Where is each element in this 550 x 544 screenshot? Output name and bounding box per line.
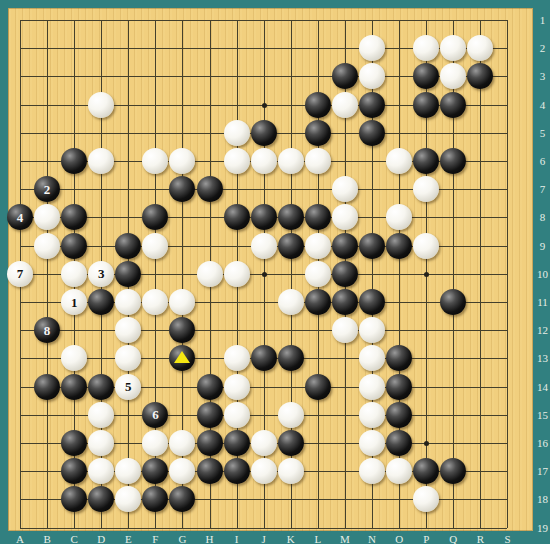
stone-P6 bbox=[413, 148, 439, 174]
stone-J5 bbox=[251, 120, 277, 146]
row-label-12: 12 bbox=[535, 325, 550, 336]
stone-L10 bbox=[305, 261, 331, 287]
row-label-7: 7 bbox=[535, 184, 550, 195]
stone-O15 bbox=[386, 402, 412, 428]
row-label-19: 19 bbox=[535, 523, 550, 534]
stone-N14 bbox=[359, 374, 385, 400]
stone-K6 bbox=[278, 148, 304, 174]
stone-I14 bbox=[224, 374, 250, 400]
stone-L14 bbox=[305, 374, 331, 400]
grid-line-horizontal bbox=[20, 330, 507, 331]
col-label-R: R bbox=[472, 534, 488, 544]
stone-D15 bbox=[88, 402, 114, 428]
stone-O6 bbox=[386, 148, 412, 174]
row-label-3: 3 bbox=[535, 71, 550, 82]
stone-H7 bbox=[197, 176, 223, 202]
numbered-stone-3: 3 bbox=[88, 261, 114, 287]
row-label-9: 9 bbox=[535, 241, 550, 252]
row-label-13: 13 bbox=[535, 353, 550, 364]
grid-line-horizontal bbox=[20, 528, 507, 529]
stone-O9 bbox=[386, 233, 412, 259]
stone-I5 bbox=[224, 120, 250, 146]
row-label-14: 14 bbox=[535, 382, 550, 393]
col-label-K: K bbox=[283, 534, 299, 544]
stone-N11 bbox=[359, 289, 385, 315]
row-label-16: 16 bbox=[535, 438, 550, 449]
stone-C9 bbox=[61, 233, 87, 259]
stone-K13 bbox=[278, 345, 304, 371]
col-label-S: S bbox=[499, 534, 515, 544]
col-label-L: L bbox=[310, 534, 326, 544]
stone-I6 bbox=[224, 148, 250, 174]
stone-D4 bbox=[88, 92, 114, 118]
row-label-2: 2 bbox=[535, 43, 550, 54]
col-label-J: J bbox=[256, 534, 272, 544]
stone-B9 bbox=[34, 233, 60, 259]
stone-K15 bbox=[278, 402, 304, 428]
col-label-D: D bbox=[93, 534, 109, 544]
col-label-Q: Q bbox=[445, 534, 461, 544]
star-point bbox=[424, 272, 429, 277]
stone-I17 bbox=[224, 458, 250, 484]
row-label-17: 17 bbox=[535, 466, 550, 477]
col-label-I: I bbox=[229, 534, 245, 544]
stone-O14 bbox=[386, 374, 412, 400]
stone-Q4 bbox=[440, 92, 466, 118]
stone-H16 bbox=[197, 430, 223, 456]
stone-K17 bbox=[278, 458, 304, 484]
stone-K16 bbox=[278, 430, 304, 456]
stone-I10 bbox=[224, 261, 250, 287]
stone-M10 bbox=[332, 261, 358, 287]
stone-H10 bbox=[197, 261, 223, 287]
stone-C10 bbox=[61, 261, 87, 287]
stone-B14 bbox=[34, 374, 60, 400]
numbered-stone-5: 5 bbox=[115, 374, 141, 400]
stone-M4 bbox=[332, 92, 358, 118]
go-board-diagram: 24731856ABCDEFGHIJKLMNOPQRS1234567891011… bbox=[0, 0, 550, 544]
stone-C16 bbox=[61, 430, 87, 456]
triangle-marker bbox=[174, 351, 190, 363]
col-label-B: B bbox=[39, 534, 55, 544]
stone-J6 bbox=[251, 148, 277, 174]
col-label-G: G bbox=[174, 534, 190, 544]
stone-N15 bbox=[359, 402, 385, 428]
star-point bbox=[262, 103, 267, 108]
col-label-E: E bbox=[120, 534, 136, 544]
stone-H15 bbox=[197, 402, 223, 428]
stone-C14 bbox=[61, 374, 87, 400]
col-label-F: F bbox=[147, 534, 163, 544]
stone-L5 bbox=[305, 120, 331, 146]
stone-J13 bbox=[251, 345, 277, 371]
row-label-8: 8 bbox=[535, 212, 550, 223]
stone-L4 bbox=[305, 92, 331, 118]
row-label-11: 11 bbox=[535, 297, 550, 308]
col-label-N: N bbox=[364, 534, 380, 544]
stone-L9 bbox=[305, 233, 331, 259]
stone-P9 bbox=[413, 233, 439, 259]
stone-D14 bbox=[88, 374, 114, 400]
row-label-10: 10 bbox=[535, 269, 550, 280]
col-label-C: C bbox=[66, 534, 82, 544]
col-label-A: A bbox=[12, 534, 28, 544]
col-label-O: O bbox=[391, 534, 407, 544]
stone-M12 bbox=[332, 317, 358, 343]
col-label-H: H bbox=[202, 534, 218, 544]
stone-H14 bbox=[197, 374, 223, 400]
stone-M7 bbox=[332, 176, 358, 202]
row-label-15: 15 bbox=[535, 410, 550, 421]
numbered-stone-6: 6 bbox=[142, 402, 168, 428]
stone-J16 bbox=[251, 430, 277, 456]
grid-line-vertical bbox=[480, 20, 481, 528]
stone-J17 bbox=[251, 458, 277, 484]
stone-F9 bbox=[142, 233, 168, 259]
stone-E9 bbox=[115, 233, 141, 259]
grid-line-vertical bbox=[507, 20, 508, 528]
stone-I15 bbox=[224, 402, 250, 428]
stone-H17 bbox=[197, 458, 223, 484]
stone-J9 bbox=[251, 233, 277, 259]
stone-N4 bbox=[359, 92, 385, 118]
row-label-1: 1 bbox=[535, 15, 550, 26]
stone-I16 bbox=[224, 430, 250, 456]
stone-N16 bbox=[359, 430, 385, 456]
stone-M11 bbox=[332, 289, 358, 315]
stone-K11 bbox=[278, 289, 304, 315]
stone-I13 bbox=[224, 345, 250, 371]
stone-E10 bbox=[115, 261, 141, 287]
numbered-stone-1: 1 bbox=[61, 289, 87, 315]
stone-P4 bbox=[413, 92, 439, 118]
stone-I8 bbox=[224, 204, 250, 230]
stone-N5 bbox=[359, 120, 385, 146]
stone-K8 bbox=[278, 204, 304, 230]
stone-K9 bbox=[278, 233, 304, 259]
stone-O16 bbox=[386, 430, 412, 456]
star-point bbox=[262, 272, 267, 277]
stone-L6 bbox=[305, 148, 331, 174]
row-label-18: 18 bbox=[535, 494, 550, 505]
stone-L11 bbox=[305, 289, 331, 315]
col-label-P: P bbox=[418, 534, 434, 544]
stone-N9 bbox=[359, 233, 385, 259]
row-label-6: 6 bbox=[535, 156, 550, 167]
stone-J8 bbox=[251, 204, 277, 230]
row-label-4: 4 bbox=[535, 100, 550, 111]
col-label-M: M bbox=[337, 534, 353, 544]
stone-M9 bbox=[332, 233, 358, 259]
row-label-5: 5 bbox=[535, 128, 550, 139]
numbered-stone-7: 7 bbox=[7, 261, 33, 287]
stone-C6 bbox=[61, 148, 87, 174]
